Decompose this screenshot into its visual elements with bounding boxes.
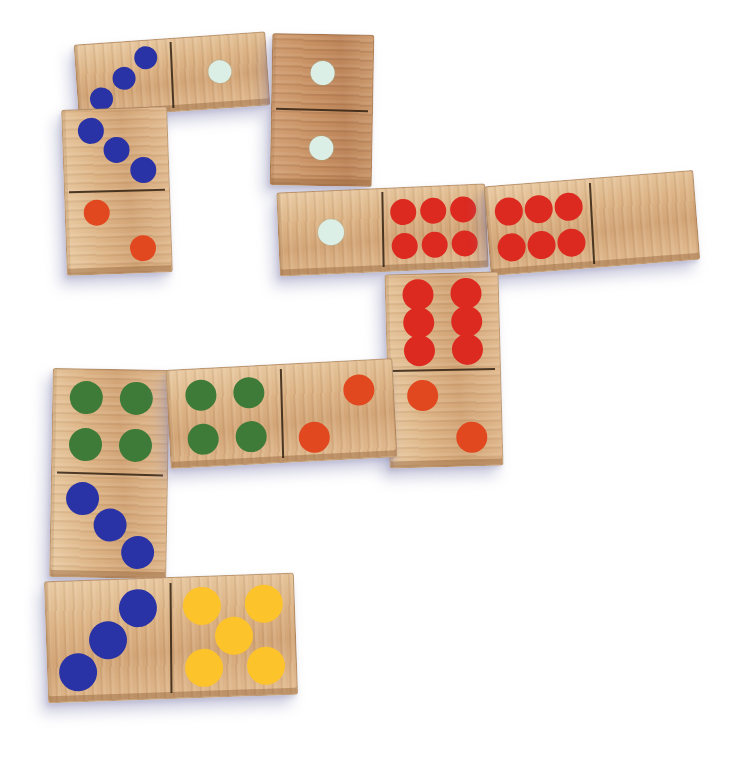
pip-red6: [391, 233, 418, 260]
pip-red6: [390, 198, 417, 225]
pip-white: [309, 135, 333, 159]
pip-red2: [129, 235, 156, 262]
pip-white: [207, 59, 232, 84]
domino-6-0[interactable]: [484, 170, 700, 276]
tile-half-3: [50, 472, 167, 577]
tile-half-3: [62, 107, 169, 193]
pip-blue: [93, 508, 127, 542]
pip-white: [310, 60, 334, 84]
tile-half-4: [167, 365, 284, 468]
pip-blue: [118, 588, 157, 627]
tile-half-1: [272, 34, 373, 111]
tile-half-1: [277, 189, 384, 275]
pip-green: [184, 379, 217, 412]
tile-half-2: [388, 369, 502, 468]
pip-red2: [406, 380, 438, 412]
domino-4-3[interactable]: [49, 368, 170, 579]
pip-blue: [58, 653, 97, 692]
tile-half-6: [485, 179, 596, 275]
domino-3-1[interactable]: [74, 31, 271, 118]
domino-1-6[interactable]: [276, 183, 488, 276]
tile-half-1: [271, 109, 372, 186]
pip-blue: [130, 157, 157, 184]
pip-yellow: [244, 584, 283, 623]
pip-red6: [403, 279, 435, 311]
pip-red6: [450, 196, 477, 223]
tile-half-2: [65, 189, 172, 275]
pip-green: [233, 377, 266, 410]
pip-red6: [450, 278, 482, 310]
pip-red6: [524, 194, 554, 224]
pip-red6: [451, 230, 478, 257]
pip-blue: [78, 117, 105, 144]
pip-red6: [451, 333, 483, 365]
pip-red6: [404, 335, 436, 367]
pip-green: [187, 423, 220, 456]
domino-3-2[interactable]: [61, 106, 173, 276]
pip-yellow: [182, 586, 221, 625]
pip-red2: [456, 422, 488, 454]
tile-half-3: [45, 578, 173, 702]
tile-half-6: [381, 185, 488, 271]
pip-red6: [421, 231, 448, 258]
pip-blue: [103, 137, 130, 164]
pip-green: [119, 382, 153, 416]
tile-half-4: [52, 369, 169, 474]
tile-half-2: [279, 359, 396, 462]
pip-red6: [557, 228, 587, 258]
pip-green: [70, 381, 104, 415]
pip-yellow: [185, 648, 224, 687]
pip-blue: [121, 536, 155, 570]
pip-yellow: [247, 646, 286, 685]
domino-6-2[interactable]: [384, 272, 503, 469]
pip-red2: [83, 200, 110, 227]
pip-green: [119, 428, 153, 462]
pip-blue: [134, 46, 159, 71]
pip-blue: [66, 482, 100, 516]
pip-red6: [420, 197, 447, 224]
pip-red6: [450, 306, 482, 338]
pip-red2: [298, 421, 331, 454]
pip-red6: [527, 230, 557, 260]
domino-board: [0, 0, 730, 767]
tile-half-5: [169, 574, 297, 698]
pip-red6: [403, 307, 435, 339]
pip-green: [235, 420, 268, 453]
pip-red6: [494, 196, 524, 226]
domino-3-5[interactable]: [44, 573, 298, 704]
tile-half-0: [589, 171, 700, 267]
pip-red6: [496, 233, 526, 263]
pip-red6: [554, 191, 584, 221]
pip-blue: [88, 621, 127, 660]
pip-white: [317, 219, 344, 246]
domino-1-1[interactable]: [270, 33, 375, 187]
domino-4-2[interactable]: [166, 358, 398, 469]
pip-yellow: [215, 616, 254, 655]
pip-blue: [111, 66, 136, 91]
tile-half-6: [386, 273, 500, 372]
pip-red2: [343, 374, 376, 407]
pip-green: [69, 427, 103, 461]
tile-half-1: [169, 32, 269, 110]
